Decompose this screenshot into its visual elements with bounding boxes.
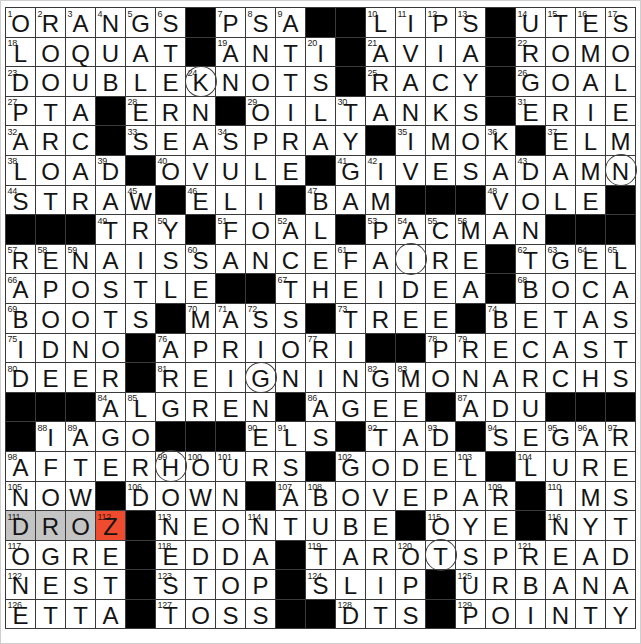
cell-r3c2[interactable]: O [36, 67, 65, 96]
cell-r14c4[interactable]: 84A [96, 393, 125, 422]
cell-r20c21[interactable]: A [606, 570, 635, 599]
cell-r12c1[interactable]: 75I [6, 334, 35, 363]
cell-r17c3[interactable]: W [66, 482, 95, 511]
cell-r11c4[interactable]: T [96, 304, 125, 333]
cell-r2c20[interactable]: M [576, 38, 605, 67]
cell-r10c5[interactable]: T [126, 274, 155, 303]
cell-r13c9[interactable]: G [246, 363, 275, 392]
cell-r19c18[interactable]: 121R [516, 541, 545, 570]
cell-r15c19[interactable]: 95G [546, 422, 575, 451]
cell-r19c7[interactable]: D [186, 541, 215, 570]
cell-r17c20[interactable]: M [576, 482, 605, 511]
cell-r21c9[interactable]: S [246, 600, 275, 629]
cell-r10c14[interactable]: D [396, 274, 425, 303]
cell-r10c12[interactable]: E [336, 274, 365, 303]
cell-r16c15[interactable]: E [426, 452, 455, 481]
cell-r1c19[interactable]: 15T [546, 8, 575, 37]
cell-r7c9[interactable]: I [246, 186, 275, 215]
cell-r4c7[interactable]: N [186, 97, 215, 126]
cell-r6c10[interactable]: E [276, 156, 305, 185]
cell-r20c1[interactable]: 122N [6, 570, 35, 599]
cell-r1c3[interactable]: 3A [66, 8, 95, 37]
cell-r21c17[interactable]: O [486, 600, 515, 629]
cell-r20c16[interactable]: 125U [456, 570, 485, 599]
cell-r3c7[interactable]: 24K [186, 67, 215, 96]
cell-r16c3[interactable]: T [66, 452, 95, 481]
cell-r1c18[interactable]: 14U [516, 8, 545, 37]
cell-r8c17[interactable]: A [486, 215, 515, 244]
cell-r10c11[interactable]: H [306, 274, 335, 303]
cell-r17c17[interactable]: 109R [486, 482, 515, 511]
cell-r8c9[interactable]: O [246, 215, 275, 244]
cell-r2c1[interactable]: 18L [6, 38, 35, 67]
cell-r3c5[interactable]: L [126, 67, 155, 96]
cell-r5c10[interactable]: R [276, 126, 305, 155]
cell-r7c13[interactable]: M [366, 186, 395, 215]
cell-r7c17[interactable]: 48V [486, 186, 515, 215]
cell-r6c3[interactable]: A [66, 156, 95, 185]
cell-r18c9[interactable]: 114N [246, 511, 275, 540]
cell-r20c7[interactable]: T [186, 570, 215, 599]
cell-r18c1[interactable]: 111D [6, 511, 35, 540]
cell-r16c1[interactable]: 98A [6, 452, 35, 481]
cell-r13c12[interactable]: N [336, 363, 365, 392]
cell-r18c3[interactable]: O [66, 511, 95, 540]
cell-r5c5[interactable]: 33S [126, 126, 155, 155]
cell-r17c6[interactable]: O [156, 482, 185, 511]
cell-r19c3[interactable]: R [66, 541, 95, 570]
cell-r18c20[interactable]: Y [576, 511, 605, 540]
cell-r17c10[interactable]: 107A [276, 482, 305, 511]
cell-r9c11[interactable]: E [306, 245, 335, 274]
cell-r4c19[interactable]: R [546, 97, 575, 126]
cell-r1c5[interactable]: 5G [126, 8, 155, 37]
cell-r2c6[interactable]: T [156, 38, 185, 67]
cell-r14c5[interactable]: 85L [126, 393, 155, 422]
cell-r20c3[interactable]: S [66, 570, 95, 599]
cell-r6c14[interactable]: V [396, 156, 425, 185]
cell-r4c2[interactable]: T [36, 97, 65, 126]
cell-r15c4[interactable]: G [96, 422, 125, 451]
cell-r6c13[interactable]: 42I [366, 156, 395, 185]
cell-r8c5[interactable]: R [126, 215, 155, 244]
cell-r12c18[interactable]: C [516, 334, 545, 363]
cell-r5c3[interactable]: C [66, 126, 95, 155]
cell-r9c19[interactable]: 63G [546, 245, 575, 274]
cell-r1c6[interactable]: 6S [156, 8, 185, 37]
cell-r11c15[interactable]: E [426, 304, 455, 333]
cell-r8c8[interactable]: 51F [216, 215, 245, 244]
cell-r17c13[interactable]: V [366, 482, 395, 511]
cell-r21c13[interactable]: T [366, 600, 395, 629]
cell-r17c1[interactable]: 105N [6, 482, 35, 511]
cell-r9c5[interactable]: I [126, 245, 155, 274]
cell-r2c16[interactable]: A [456, 38, 485, 67]
cell-r14c13[interactable]: E [366, 393, 395, 422]
cell-r3c11[interactable]: S [306, 67, 335, 96]
cell-r4c3[interactable]: A [66, 97, 95, 126]
cell-r21c12[interactable]: 128D [336, 600, 365, 629]
cell-r1c2[interactable]: 2R [36, 8, 65, 37]
cell-r21c19[interactable]: N [546, 600, 575, 629]
cell-r4c9[interactable]: 29O [246, 97, 275, 126]
cell-r13c2[interactable]: E [36, 363, 65, 392]
cell-r5c12[interactable]: Y [336, 126, 365, 155]
cell-r17c16[interactable]: A [456, 482, 485, 511]
cell-r19c16[interactable]: S [456, 541, 485, 570]
cell-r6c8[interactable]: U [216, 156, 245, 185]
cell-r3c18[interactable]: 26G [516, 67, 545, 96]
cell-r15c9[interactable]: 90E [246, 422, 275, 451]
cell-r3c8[interactable]: N [216, 67, 245, 96]
cell-r10c16[interactable]: A [456, 274, 485, 303]
cell-r21c21[interactable]: Y [606, 600, 635, 629]
cell-r12c16[interactable]: 79R [456, 334, 485, 363]
cell-r14c14[interactable]: E [396, 393, 425, 422]
cell-r9c3[interactable]: 59N [66, 245, 95, 274]
cell-r4c21[interactable]: E [606, 97, 635, 126]
cell-r11c12[interactable]: 73T [336, 304, 365, 333]
cell-r17c12[interactable]: O [336, 482, 365, 511]
cell-r11c17[interactable]: 74B [486, 304, 515, 333]
cell-r5c2[interactable]: R [36, 126, 65, 155]
cell-r2c8[interactable]: 19A [216, 38, 245, 67]
cell-r1c16[interactable]: 13S [456, 8, 485, 37]
cell-r13c6[interactable]: 81R [156, 363, 185, 392]
cell-r2c9[interactable]: N [246, 38, 275, 67]
cell-r6c15[interactable]: E [426, 156, 455, 185]
cell-r10c18[interactable]: 68B [516, 274, 545, 303]
cell-r16c2[interactable]: F [36, 452, 65, 481]
cell-r18c2[interactable]: R [36, 511, 65, 540]
cell-r6c4[interactable]: 39D [96, 156, 125, 185]
cell-r20c17[interactable]: R [486, 570, 515, 599]
cell-r10c21[interactable]: A [606, 274, 635, 303]
cell-r2c13[interactable]: 21A [366, 38, 395, 67]
cell-r16c10[interactable]: S [276, 452, 305, 481]
cell-r19c21[interactable]: D [606, 541, 635, 570]
cell-r16c6[interactable]: 99H [156, 452, 185, 481]
cell-r3c16[interactable]: Y [456, 67, 485, 96]
cell-r9c12[interactable]: 61F [336, 245, 365, 274]
cell-r3c9[interactable]: O [246, 67, 275, 96]
cell-r9c6[interactable]: S [156, 245, 185, 274]
cell-r12c12[interactable]: I [336, 334, 365, 363]
cell-r12c8[interactable]: R [216, 334, 245, 363]
cell-r9c1[interactable]: 57R [6, 245, 35, 274]
cell-r18c7[interactable]: E [186, 511, 215, 540]
cell-r9c9[interactable]: N [246, 245, 275, 274]
cell-r1c9[interactable]: 8S [246, 8, 275, 37]
cell-r13c8[interactable]: I [216, 363, 245, 392]
cell-r11c13[interactable]: R [366, 304, 395, 333]
cell-r8c14[interactable]: 54A [396, 215, 425, 244]
cell-r3c19[interactable]: O [546, 67, 575, 96]
cell-r7c19[interactable]: L [546, 186, 575, 215]
cell-r2c10[interactable]: T [276, 38, 305, 67]
cell-r5c7[interactable]: A [186, 126, 215, 155]
cell-r7c5[interactable]: 45W [126, 186, 155, 215]
cell-r18c10[interactable]: T [276, 511, 305, 540]
cell-r13c15[interactable]: O [426, 363, 455, 392]
cell-r9c10[interactable]: C [276, 245, 305, 274]
cell-r16c14[interactable]: D [396, 452, 425, 481]
cell-r16c21[interactable]: E [606, 452, 635, 481]
cell-r17c8[interactable]: N [216, 482, 245, 511]
cell-r19c11[interactable]: 119T [306, 541, 335, 570]
cell-r19c20[interactable]: A [576, 541, 605, 570]
cell-r5c15[interactable]: M [426, 126, 455, 155]
cell-r1c15[interactable]: 12P [426, 8, 455, 37]
cell-r18c8[interactable]: O [216, 511, 245, 540]
cell-r1c21[interactable]: 17S [606, 8, 635, 37]
cell-r8c11[interactable]: L [306, 215, 335, 244]
cell-r10c19[interactable]: O [546, 274, 575, 303]
cell-r12c17[interactable]: E [486, 334, 515, 363]
cell-r4c11[interactable]: L [306, 97, 335, 126]
cell-r21c16[interactable]: 129P [456, 600, 485, 629]
cell-r7c3[interactable]: R [66, 186, 95, 215]
cell-r5c19[interactable]: 37E [546, 126, 575, 155]
cell-r7c4[interactable]: A [96, 186, 125, 215]
cell-r9c7[interactable]: 60S [186, 245, 215, 274]
cell-r20c9[interactable]: P [246, 570, 275, 599]
cell-r12c2[interactable]: D [36, 334, 65, 363]
cell-r18c19[interactable]: 116N [546, 511, 575, 540]
cell-r21c3[interactable]: T [66, 600, 95, 629]
cell-r17c19[interactable]: 110I [546, 482, 575, 511]
cell-r13c17[interactable]: A [486, 363, 515, 392]
cell-r3c14[interactable]: A [396, 67, 425, 96]
cell-r2c14[interactable]: V [396, 38, 425, 67]
cell-r11c3[interactable]: O [66, 304, 95, 333]
cell-r12c9[interactable]: I [246, 334, 275, 363]
cell-r21c7[interactable]: O [186, 600, 215, 629]
cell-r9c2[interactable]: 58E [36, 245, 65, 274]
cell-r11c9[interactable]: 72S [246, 304, 275, 333]
cell-r6c6[interactable]: 40O [156, 156, 185, 185]
cell-r14c7[interactable]: R [186, 393, 215, 422]
cell-r3c3[interactable]: U [66, 67, 95, 96]
cell-r15c14[interactable]: A [396, 422, 425, 451]
cell-r9c8[interactable]: A [216, 245, 245, 274]
cell-r15c17[interactable]: 94S [486, 422, 515, 451]
cell-r2c3[interactable]: Q [66, 38, 95, 67]
cell-r16c20[interactable]: R [576, 452, 605, 481]
cell-r15c3[interactable]: 89A [66, 422, 95, 451]
cell-r19c14[interactable]: 120O [396, 541, 425, 570]
cell-r6c16[interactable]: S [456, 156, 485, 185]
cell-r3c13[interactable]: 25R [366, 67, 395, 96]
cell-r6c19[interactable]: A [546, 156, 575, 185]
cell-r5c9[interactable]: P [246, 126, 275, 155]
cell-r12c20[interactable]: S [576, 334, 605, 363]
cell-r4c18[interactable]: 31E [516, 97, 545, 126]
cell-r8c15[interactable]: 55C [426, 215, 455, 244]
cell-r9c21[interactable]: 65L [606, 245, 635, 274]
cell-r11c5[interactable]: S [126, 304, 155, 333]
cell-r13c16[interactable]: N [456, 363, 485, 392]
cell-r16c13[interactable]: O [366, 452, 395, 481]
cell-r8c16[interactable]: 56M [456, 215, 485, 244]
cell-r14c9[interactable]: N [246, 393, 275, 422]
cell-r1c4[interactable]: 4N [96, 8, 125, 37]
cell-r1c13[interactable]: 10L [366, 8, 395, 37]
cell-r7c1[interactable]: 44S [6, 186, 35, 215]
cell-r2c15[interactable]: I [426, 38, 455, 67]
cell-r13c3[interactable]: E [66, 363, 95, 392]
cell-r11c21[interactable]: S [606, 304, 635, 333]
cell-r13c1[interactable]: 80D [6, 363, 35, 392]
cell-r5c20[interactable]: L [576, 126, 605, 155]
cell-r3c20[interactable]: A [576, 67, 605, 96]
cell-r9c16[interactable]: E [456, 245, 485, 274]
cell-r16c18[interactable]: 104L [516, 452, 545, 481]
cell-r6c7[interactable]: V [186, 156, 215, 185]
cell-r10c6[interactable]: L [156, 274, 185, 303]
cell-r6c1[interactable]: 38L [6, 156, 35, 185]
cell-r4c15[interactable]: K [426, 97, 455, 126]
cell-r7c11[interactable]: 47B [306, 186, 335, 215]
cell-r5c1[interactable]: 32A [6, 126, 35, 155]
cell-r19c13[interactable]: R [366, 541, 395, 570]
cell-r3c10[interactable]: T [276, 67, 305, 96]
cell-r11c8[interactable]: 71A [216, 304, 245, 333]
cell-r21c6[interactable]: 127T [156, 600, 185, 629]
cell-r17c11[interactable]: 108B [306, 482, 335, 511]
cell-r11c7[interactable]: 70M [186, 304, 215, 333]
cell-r2c5[interactable]: A [126, 38, 155, 67]
cell-r20c12[interactable]: L [336, 570, 365, 599]
cell-r10c13[interactable]: I [366, 274, 395, 303]
cell-r9c4[interactable]: A [96, 245, 125, 274]
cell-r3c4[interactable]: B [96, 67, 125, 96]
cell-r15c10[interactable]: 91L [276, 422, 305, 451]
cell-r4c14[interactable]: N [396, 97, 425, 126]
cell-r6c17[interactable]: A [486, 156, 515, 185]
cell-r14c6[interactable]: G [156, 393, 185, 422]
cell-r5c17[interactable]: 36K [486, 126, 515, 155]
cell-r8c18[interactable]: N [516, 215, 545, 244]
cell-r5c21[interactable]: M [606, 126, 635, 155]
cell-r10c3[interactable]: O [66, 274, 95, 303]
cell-r12c7[interactable]: P [186, 334, 215, 363]
cell-r2c2[interactable]: O [36, 38, 65, 67]
cell-r5c8[interactable]: 34S [216, 126, 245, 155]
cell-r10c4[interactable]: S [96, 274, 125, 303]
cell-r17c5[interactable]: 106D [126, 482, 155, 511]
cell-r10c2[interactable]: P [36, 274, 65, 303]
cell-r16c19[interactable]: U [546, 452, 575, 481]
cell-r2c18[interactable]: 22R [516, 38, 545, 67]
cell-r13c20[interactable]: H [576, 363, 605, 392]
cell-r20c20[interactable]: N [576, 570, 605, 599]
cell-r11c18[interactable]: E [516, 304, 545, 333]
cell-r7c12[interactable]: A [336, 186, 365, 215]
cell-r2c4[interactable]: U [96, 38, 125, 67]
cell-r14c16[interactable]: 87A [456, 393, 485, 422]
cell-r6c20[interactable]: M [576, 156, 605, 185]
cell-r15c5[interactable]: O [126, 422, 155, 451]
cell-r1c1[interactable]: 1O [6, 8, 35, 37]
cell-r20c19[interactable]: A [546, 570, 575, 599]
cell-r10c10[interactable]: 67T [276, 274, 305, 303]
cell-r6c9[interactable]: L [246, 156, 275, 185]
cell-r21c18[interactable]: I [516, 600, 545, 629]
cell-r11c1[interactable]: 69B [6, 304, 35, 333]
cell-r16c5[interactable]: R [126, 452, 155, 481]
cell-r3c21[interactable]: L [606, 67, 635, 96]
cell-r6c12[interactable]: 41G [336, 156, 365, 185]
cell-r3c1[interactable]: 23D [6, 67, 35, 96]
cell-r9c18[interactable]: 62T [516, 245, 545, 274]
cell-r11c19[interactable]: T [546, 304, 575, 333]
cell-r13c13[interactable]: 82G [366, 363, 395, 392]
cell-r20c11[interactable]: 124S [306, 570, 335, 599]
cell-r4c12[interactable]: 30T [336, 97, 365, 126]
cell-r18c12[interactable]: B [336, 511, 365, 540]
cell-r9c15[interactable]: R [426, 245, 455, 274]
cell-r18c11[interactable]: U [306, 511, 335, 540]
cell-r14c17[interactable]: D [486, 393, 515, 422]
cell-r4c10[interactable]: I [276, 97, 305, 126]
cell-r10c7[interactable]: E [186, 274, 215, 303]
cell-r8c13[interactable]: 53P [366, 215, 395, 244]
cell-r18c17[interactable]: E [486, 511, 515, 540]
cell-r1c14[interactable]: 11I [396, 8, 425, 37]
cell-r17c21[interactable]: S [606, 482, 635, 511]
cell-r5c6[interactable]: E [156, 126, 185, 155]
cell-r10c20[interactable]: C [576, 274, 605, 303]
cell-r13c19[interactable]: C [546, 363, 575, 392]
cell-r2c19[interactable]: O [546, 38, 575, 67]
cell-r7c18[interactable]: O [516, 186, 545, 215]
cell-r4c6[interactable]: R [156, 97, 185, 126]
cell-r12c6[interactable]: 76A [156, 334, 185, 363]
cell-r16c12[interactable]: 102G [336, 452, 365, 481]
cell-r5c16[interactable]: O [456, 126, 485, 155]
cell-r15c20[interactable]: 96A [576, 422, 605, 451]
cell-r12c4[interactable]: O [96, 334, 125, 363]
cell-r12c15[interactable]: 78P [426, 334, 455, 363]
cell-r17c7[interactable]: W [186, 482, 215, 511]
cell-r13c21[interactable]: S [606, 363, 635, 392]
cell-r13c11[interactable]: I [306, 363, 335, 392]
cell-r14c8[interactable]: E [216, 393, 245, 422]
cell-r20c13[interactable]: I [366, 570, 395, 599]
cell-r21c1[interactable]: 126E [6, 600, 35, 629]
cell-r19c8[interactable]: D [216, 541, 245, 570]
cell-r1c10[interactable]: 9A [276, 8, 305, 37]
cell-r4c1[interactable]: 27P [6, 97, 35, 126]
cell-r4c16[interactable]: S [456, 97, 485, 126]
cell-r4c5[interactable]: 28E [126, 97, 155, 126]
cell-r20c6[interactable]: 123S [156, 570, 185, 599]
cell-r21c14[interactable]: S [396, 600, 425, 629]
cell-r16c16[interactable]: 103L [456, 452, 485, 481]
cell-r17c15[interactable]: P [426, 482, 455, 511]
cell-r20c14[interactable]: P [396, 570, 425, 599]
cell-r19c9[interactable]: A [246, 541, 275, 570]
cell-r18c13[interactable]: E [366, 511, 395, 540]
cell-r18c4[interactable]: 112Z [96, 511, 125, 540]
cell-r15c18[interactable]: E [516, 422, 545, 451]
cell-r15c13[interactable]: 92T [366, 422, 395, 451]
cell-r13c14[interactable]: 83M [396, 363, 425, 392]
cell-r6c18[interactable]: 43D [516, 156, 545, 185]
cell-r21c8[interactable]: S [216, 600, 245, 629]
cell-r3c15[interactable]: C [426, 67, 455, 96]
